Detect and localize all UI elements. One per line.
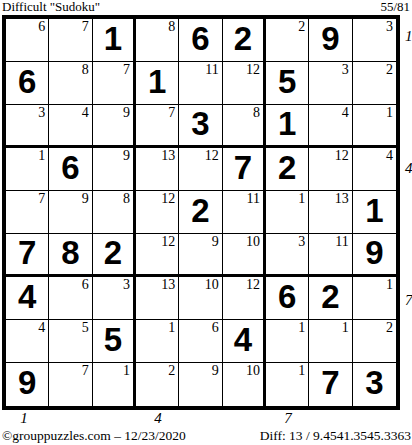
solved-digit: 5: [93, 320, 133, 362]
cell-r7c8[interactable]: 2: [309, 277, 352, 320]
sudoku-board: 6718622936871111253234973814116913127212…: [2, 15, 400, 410]
cell-r1c8[interactable]: 9: [309, 19, 352, 62]
cell-r3c5[interactable]: 3: [179, 105, 222, 148]
cell-r2c6[interactable]: 12: [223, 62, 266, 105]
progress-counter: 55/81: [380, 0, 410, 14]
solved-digit: 1: [353, 191, 396, 233]
pencil-mark: 12: [205, 148, 219, 163]
pencil-mark: 13: [161, 277, 175, 292]
cell-r1c5[interactable]: 6: [179, 19, 222, 62]
pencil-mark: 12: [335, 148, 349, 163]
solved-digit: 2: [179, 191, 221, 233]
cell-r6c5[interactable]: 9: [179, 234, 222, 277]
solved-digit: 6: [6, 62, 48, 104]
cell-r6c6[interactable]: 10: [223, 234, 266, 277]
col-marker-1: 1: [2, 411, 46, 426]
pencil-mark: 8: [82, 62, 89, 77]
cell-r1c7[interactable]: 2: [266, 19, 309, 62]
pencil-mark: 3: [298, 234, 305, 249]
pencil-mark: 9: [123, 148, 130, 163]
pencil-mark: 2: [298, 19, 305, 34]
pencil-mark: 4: [38, 320, 45, 335]
cell-r5c9[interactable]: 1: [353, 191, 396, 234]
cell-r5c3[interactable]: 8: [93, 191, 136, 234]
pencil-mark: 5: [82, 320, 89, 335]
cell-r8c5[interactable]: 6: [179, 320, 222, 363]
cell-r3c6[interactable]: 8: [223, 105, 266, 148]
solved-digit: 1: [93, 19, 133, 61]
cell-r7c2[interactable]: 6: [49, 277, 92, 320]
pencil-mark: 13: [335, 191, 349, 206]
cell-r6c3[interactable]: 2: [93, 234, 136, 277]
cell-r8c9[interactable]: 2: [353, 320, 396, 363]
solved-digit: 7: [223, 148, 263, 190]
cell-r8c6[interactable]: 4: [223, 320, 266, 363]
cell-r2c9[interactable]: 2: [353, 62, 396, 105]
cell-r7c5[interactable]: 10: [179, 277, 222, 320]
cell-r8c8[interactable]: 1: [309, 320, 352, 363]
cell-r8c2[interactable]: 5: [49, 320, 92, 363]
solved-digit: 6: [179, 19, 221, 61]
cell-r8c3[interactable]: 5: [93, 320, 136, 363]
pencil-mark: 7: [123, 62, 130, 77]
pencil-mark: 8: [168, 19, 175, 34]
row-marker-1: 1: [405, 29, 412, 44]
pencil-mark: 6: [212, 320, 219, 335]
solved-digit: 1: [136, 62, 178, 104]
solved-digit: 4: [6, 277, 48, 319]
pencil-mark: 12: [246, 277, 260, 292]
solved-digit: 6: [266, 277, 308, 319]
pencil-mark: 12: [161, 234, 175, 249]
solved-digit: 6: [49, 148, 91, 190]
cell-r7c9[interactable]: 1: [353, 277, 396, 320]
cell-r2c1[interactable]: 6: [6, 62, 49, 105]
cell-r4c7[interactable]: 2: [266, 148, 309, 191]
cell-r9c6[interactable]: 10: [223, 363, 266, 406]
pencil-mark: 12: [161, 191, 175, 206]
cell-r4c2[interactable]: 6: [49, 148, 92, 191]
cell-r8c1[interactable]: 4: [6, 320, 49, 363]
pencil-mark: 7: [168, 105, 175, 120]
cell-r3c4[interactable]: 7: [136, 105, 179, 148]
cell-r2c3[interactable]: 7: [93, 62, 136, 105]
pencil-mark: 1: [342, 320, 349, 335]
solved-digit: 7: [6, 234, 48, 274]
pencil-mark: 11: [205, 62, 218, 77]
cell-r9c3[interactable]: 1: [93, 363, 136, 406]
cell-r1c3[interactable]: 1: [93, 19, 136, 62]
pencil-mark: 6: [82, 277, 89, 292]
cell-r9c9[interactable]: 3: [353, 363, 396, 406]
cell-r7c4[interactable]: 13: [136, 277, 179, 320]
cell-r6c7[interactable]: 3: [266, 234, 309, 277]
pencil-mark: 1: [168, 320, 175, 335]
pencil-mark: 1: [298, 363, 305, 378]
solved-digit: 9: [309, 19, 351, 61]
cell-r3c9[interactable]: 1: [353, 105, 396, 148]
pencil-mark: 9: [82, 191, 89, 206]
solved-digit: 3: [353, 363, 396, 406]
col-marker-7: 7: [266, 411, 310, 426]
cell-r9c7[interactable]: 1: [266, 363, 309, 406]
cell-r2c5[interactable]: 11: [179, 62, 222, 105]
pencil-mark: 10: [246, 234, 260, 249]
pencil-mark: 3: [342, 62, 349, 77]
pencil-mark: 1: [386, 277, 393, 292]
cell-r4c1[interactable]: 1: [6, 148, 49, 191]
cell-r3c8[interactable]: 4: [309, 105, 352, 148]
pencil-mark: 10: [246, 363, 260, 378]
cell-r6c1[interactable]: 7: [6, 234, 49, 277]
cell-r4c6[interactable]: 7: [223, 148, 266, 191]
solved-digit: 3: [179, 105, 221, 145]
pencil-mark: 2: [386, 320, 393, 335]
cell-r6c4[interactable]: 12: [136, 234, 179, 277]
pencil-mark: 8: [123, 191, 130, 206]
cell-r1c1[interactable]: 6: [6, 19, 49, 62]
pencil-mark: 2: [386, 62, 393, 77]
pencil-mark: 8: [253, 105, 260, 120]
pencil-mark: 7: [82, 363, 89, 378]
cell-r9c8[interactable]: 7: [309, 363, 352, 406]
pencil-mark: 3: [386, 19, 393, 34]
pencil-mark: 4: [386, 148, 393, 163]
solved-digit: 5: [266, 62, 308, 104]
cell-r4c3[interactable]: 9: [93, 148, 136, 191]
cell-r3c7[interactable]: 1: [266, 105, 309, 148]
cell-r2c7[interactable]: 5: [266, 62, 309, 105]
cell-r8c7[interactable]: 1: [266, 320, 309, 363]
cell-r9c5[interactable]: 9: [179, 363, 222, 406]
cell-r7c3[interactable]: 3: [93, 277, 136, 320]
cell-r7c1[interactable]: 4: [6, 277, 49, 320]
pencil-mark: 3: [38, 105, 45, 120]
solved-digit: 4: [223, 320, 263, 362]
row-marker-7: 7: [405, 293, 412, 308]
pencil-mark: 11: [247, 191, 260, 206]
difficulty-text: Diff: 13 / 9.4541.3545.3363: [260, 428, 411, 443]
cell-r5c6[interactable]: 11: [223, 191, 266, 234]
cell-r7c6[interactable]: 12: [223, 277, 266, 320]
pencil-mark: 6: [38, 19, 45, 34]
cell-r5c5[interactable]: 2: [179, 191, 222, 234]
pencil-mark: 7: [38, 191, 45, 206]
pencil-mark: 10: [205, 277, 219, 292]
pencil-mark: 1: [386, 105, 393, 120]
cell-r5c7[interactable]: 1: [266, 191, 309, 234]
pencil-mark: 1: [38, 148, 45, 163]
solved-digit: 2: [309, 277, 351, 319]
pencil-mark: 1: [123, 363, 130, 378]
cell-r3c1[interactable]: 3: [6, 105, 49, 148]
pencil-mark: 1: [298, 320, 305, 335]
cell-r2c2[interactable]: 8: [49, 62, 92, 105]
cell-r2c4[interactable]: 1: [136, 62, 179, 105]
solved-digit: 7: [309, 363, 351, 406]
row-marker-4: 4: [405, 161, 412, 176]
title-bar: Difficult "Sudoku" 55/81: [2, 0, 410, 14]
solved-digit: 8: [49, 234, 91, 274]
cell-r5c2[interactable]: 9: [49, 191, 92, 234]
puzzle-page: Difficult "Sudoku" 55/81 671862293687111…: [0, 0, 412, 445]
cell-r9c4[interactable]: 2: [136, 363, 179, 406]
pencil-mark: 1: [298, 191, 305, 206]
cell-r3c2[interactable]: 4: [49, 105, 92, 148]
pencil-mark: 7: [82, 19, 89, 34]
solved-digit: 2: [93, 234, 133, 274]
pencil-mark: 9: [212, 363, 219, 378]
cell-r4c5[interactable]: 12: [179, 148, 222, 191]
cell-r4c8[interactable]: 12: [309, 148, 352, 191]
pencil-mark: 4: [82, 105, 89, 120]
pencil-mark: 4: [342, 105, 349, 120]
pencil-mark: 11: [335, 234, 348, 249]
cell-r7c7[interactable]: 6: [266, 277, 309, 320]
cell-r9c1[interactable]: 9: [6, 363, 49, 406]
cell-r6c8[interactable]: 11: [309, 234, 352, 277]
cell-r5c1[interactable]: 7: [6, 191, 49, 234]
pencil-mark: 13: [161, 148, 175, 163]
cell-r9c2[interactable]: 7: [49, 363, 92, 406]
cell-r1c6[interactable]: 2: [223, 19, 266, 62]
pencil-mark: 9: [123, 105, 130, 120]
cell-r6c2[interactable]: 8: [49, 234, 92, 277]
cell-r3c3[interactable]: 9: [93, 105, 136, 148]
cell-r2c8[interactable]: 3: [309, 62, 352, 105]
pencil-mark: 2: [168, 363, 175, 378]
solved-digit: 9: [353, 234, 396, 274]
pencil-mark: 3: [123, 277, 130, 292]
col-marker-4: 4: [136, 411, 180, 426]
footer: ©grouppuzzles.com – 12/23/2020 Diff: 13 …: [2, 428, 411, 443]
solved-digit: 9: [6, 363, 48, 406]
cell-r6c9[interactable]: 9: [353, 234, 396, 277]
cell-r4c9[interactable]: 4: [353, 148, 396, 191]
page-title: Difficult "Sudoku": [2, 0, 100, 14]
cell-r1c9[interactable]: 3: [353, 19, 396, 62]
pencil-mark: 12: [246, 62, 260, 77]
cell-r5c4[interactable]: 12: [136, 191, 179, 234]
solved-digit: 2: [266, 148, 308, 190]
cell-r4c4[interactable]: 13: [136, 148, 179, 191]
cell-r8c4[interactable]: 1: [136, 320, 179, 363]
cell-r5c8[interactable]: 13: [309, 191, 352, 234]
solved-digit: 1: [266, 105, 308, 145]
cell-r1c4[interactable]: 8: [136, 19, 179, 62]
solved-digit: 2: [223, 19, 263, 61]
cell-r1c2[interactable]: 7: [49, 19, 92, 62]
pencil-mark: 9: [212, 234, 219, 249]
copyright-text: ©grouppuzzles.com – 12/23/2020: [2, 428, 186, 443]
